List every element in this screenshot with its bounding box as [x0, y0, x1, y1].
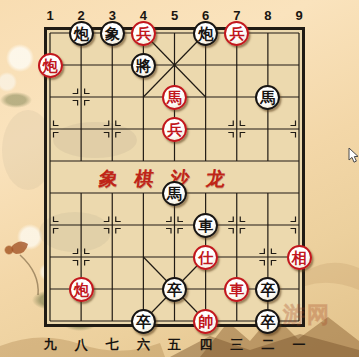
piece-red-soldier[interactable]: 兵: [162, 117, 187, 142]
piece-black-general[interactable]: 將: [131, 53, 156, 78]
river-char: 棋: [133, 166, 156, 192]
piece-red-cannon[interactable]: 炮: [38, 53, 63, 78]
file-label: 一: [289, 336, 309, 354]
file-label: 8: [258, 8, 278, 23]
piece-red-elephant[interactable]: 相: [287, 245, 312, 270]
file-label: 六: [133, 336, 153, 354]
piece-black-cannon[interactable]: 炮: [193, 21, 218, 46]
mouse-cursor-icon: [348, 148, 359, 164]
piece-black-horse[interactable]: 馬: [255, 85, 280, 110]
piece-red-soldier[interactable]: 兵: [131, 21, 156, 46]
file-label: 1: [40, 8, 60, 23]
file-label: 四: [196, 336, 216, 354]
file-label: 二: [258, 336, 278, 354]
piece-red-soldier[interactable]: 兵: [224, 21, 249, 46]
piece-black-soldier[interactable]: 卒: [131, 309, 156, 334]
watermark: 游网: [283, 300, 331, 330]
file-label: 三: [227, 336, 247, 354]
piece-black-soldier[interactable]: 卒: [162, 277, 187, 302]
file-label: 九: [40, 336, 60, 354]
piece-red-horse[interactable]: 馬: [162, 85, 187, 110]
piece-red-general[interactable]: 帥: [193, 309, 218, 334]
river-char: 象: [97, 166, 120, 192]
file-label: 七: [102, 336, 122, 354]
piece-red-advisor[interactable]: 仕: [193, 245, 218, 270]
piece-red-chariot[interactable]: 車: [224, 277, 249, 302]
piece-black-elephant[interactable]: 象: [100, 21, 125, 46]
piece-black-chariot[interactable]: 車: [193, 213, 218, 238]
page-background: 123456789 九八七六五四三二一 象棋沙龙 炮象兵炮兵炮將馬馬兵馬車仕相炮…: [0, 0, 359, 357]
piece-black-cannon[interactable]: 炮: [69, 21, 94, 46]
file-label: 9: [289, 8, 309, 23]
piece-red-cannon[interactable]: 炮: [69, 277, 94, 302]
file-label: 五: [165, 336, 185, 354]
river-char: 龙: [204, 166, 227, 192]
piece-black-soldier[interactable]: 卒: [255, 309, 280, 334]
piece-black-horse[interactable]: 馬: [162, 181, 187, 206]
piece-black-soldier[interactable]: 卒: [255, 277, 280, 302]
file-label: 八: [71, 336, 91, 354]
file-label: 5: [165, 8, 185, 23]
